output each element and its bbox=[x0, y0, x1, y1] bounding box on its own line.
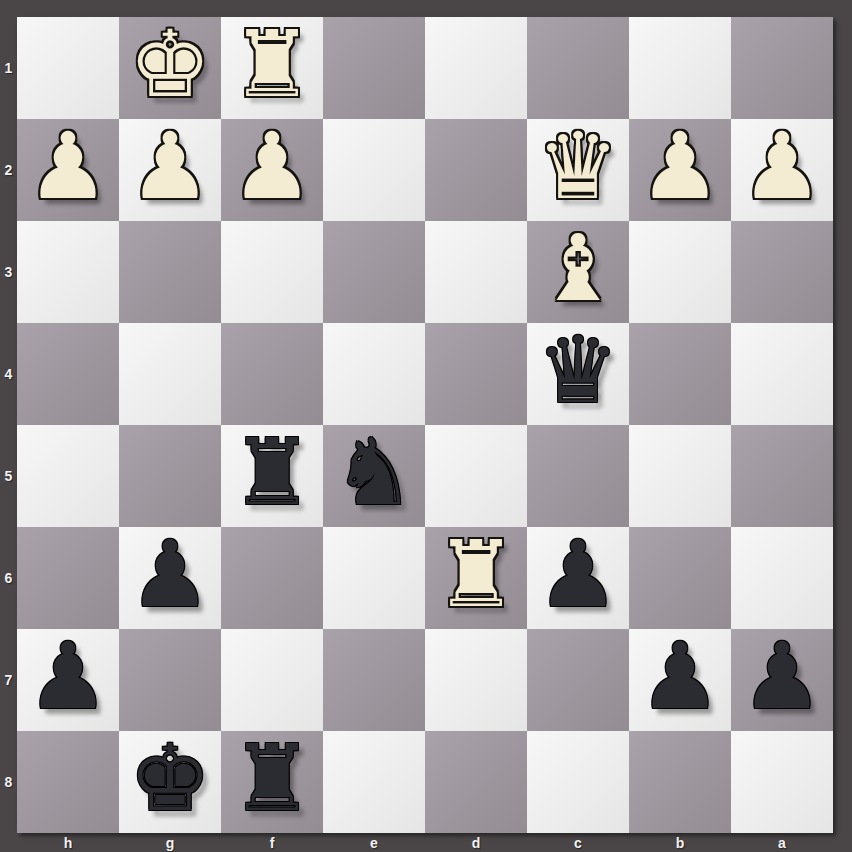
file-label-e: e bbox=[323, 833, 425, 852]
file-label-h: h bbox=[17, 833, 119, 852]
square-a5[interactable] bbox=[731, 425, 833, 527]
rank-label-6: 6 bbox=[0, 527, 17, 629]
square-b4[interactable] bbox=[629, 323, 731, 425]
square-f1[interactable]: ♜ bbox=[221, 17, 323, 119]
black-pawn-icon[interactable]: ♟ bbox=[27, 631, 109, 723]
square-b7[interactable]: ♟ bbox=[629, 629, 731, 731]
square-b1[interactable] bbox=[629, 17, 731, 119]
square-h4[interactable] bbox=[17, 323, 119, 425]
square-c2[interactable]: ♛ bbox=[527, 119, 629, 221]
square-a1[interactable] bbox=[731, 17, 833, 119]
rank-label-1: 1 bbox=[0, 17, 17, 119]
white-pawn-icon[interactable]: ♟ bbox=[27, 121, 109, 213]
square-d6[interactable]: ♜ bbox=[425, 527, 527, 629]
square-h6[interactable] bbox=[17, 527, 119, 629]
square-f8[interactable]: ♜ bbox=[221, 731, 323, 833]
white-pawn-icon[interactable]: ♟ bbox=[231, 121, 313, 213]
rank-label-4: 4 bbox=[0, 323, 17, 425]
file-label-d: d bbox=[425, 833, 527, 852]
square-d2[interactable] bbox=[425, 119, 527, 221]
square-e8[interactable] bbox=[323, 731, 425, 833]
file-label-c: c bbox=[527, 833, 629, 852]
square-h1[interactable] bbox=[17, 17, 119, 119]
square-f2[interactable]: ♟ bbox=[221, 119, 323, 221]
rank-label-2: 2 bbox=[0, 119, 17, 221]
square-h3[interactable] bbox=[17, 221, 119, 323]
square-d1[interactable] bbox=[425, 17, 527, 119]
square-a8[interactable] bbox=[731, 731, 833, 833]
square-e1[interactable] bbox=[323, 17, 425, 119]
square-h8[interactable] bbox=[17, 731, 119, 833]
square-e7[interactable] bbox=[323, 629, 425, 731]
square-g7[interactable] bbox=[119, 629, 221, 731]
rank-label-3: 3 bbox=[0, 221, 17, 323]
square-g5[interactable] bbox=[119, 425, 221, 527]
black-king-icon[interactable]: ♚ bbox=[129, 733, 211, 825]
white-pawn-icon[interactable]: ♟ bbox=[639, 121, 721, 213]
rank-labels: 12345678 bbox=[0, 17, 17, 833]
file-label-b: b bbox=[629, 833, 731, 852]
square-g8[interactable]: ♚ bbox=[119, 731, 221, 833]
rank-label-5: 5 bbox=[0, 425, 17, 527]
black-pawn-icon[interactable]: ♟ bbox=[639, 631, 721, 723]
black-pawn-icon[interactable]: ♟ bbox=[537, 529, 619, 621]
square-d3[interactable] bbox=[425, 221, 527, 323]
square-g2[interactable]: ♟ bbox=[119, 119, 221, 221]
white-rook-icon[interactable]: ♜ bbox=[231, 19, 313, 111]
white-queen-icon[interactable]: ♛ bbox=[537, 121, 619, 213]
square-g3[interactable] bbox=[119, 221, 221, 323]
square-c8[interactable] bbox=[527, 731, 629, 833]
square-f7[interactable] bbox=[221, 629, 323, 731]
square-b6[interactable] bbox=[629, 527, 731, 629]
black-pawn-icon[interactable]: ♟ bbox=[129, 529, 211, 621]
white-rook-icon[interactable]: ♜ bbox=[435, 529, 517, 621]
square-d7[interactable] bbox=[425, 629, 527, 731]
square-b3[interactable] bbox=[629, 221, 731, 323]
square-g4[interactable] bbox=[119, 323, 221, 425]
square-c3[interactable]: ♝ bbox=[527, 221, 629, 323]
square-a3[interactable] bbox=[731, 221, 833, 323]
square-e4[interactable] bbox=[323, 323, 425, 425]
black-rook-icon[interactable]: ♜ bbox=[231, 733, 313, 825]
square-a4[interactable] bbox=[731, 323, 833, 425]
square-a2[interactable]: ♟ bbox=[731, 119, 833, 221]
square-c4[interactable]: ♛ bbox=[527, 323, 629, 425]
square-f5[interactable]: ♜ bbox=[221, 425, 323, 527]
black-knight-icon[interactable]: ♞ bbox=[333, 427, 415, 519]
black-rook-icon[interactable]: ♜ bbox=[231, 427, 313, 519]
square-c7[interactable] bbox=[527, 629, 629, 731]
square-c5[interactable] bbox=[527, 425, 629, 527]
square-d8[interactable] bbox=[425, 731, 527, 833]
black-queen-icon[interactable]: ♛ bbox=[537, 325, 619, 417]
square-b2[interactable]: ♟ bbox=[629, 119, 731, 221]
square-e5[interactable]: ♞ bbox=[323, 425, 425, 527]
square-f3[interactable] bbox=[221, 221, 323, 323]
square-e2[interactable] bbox=[323, 119, 425, 221]
file-label-f: f bbox=[221, 833, 323, 852]
chessboard-frame: 12345678 ♚♜♟♟♟♛♟♟♝♛♜♞♟♜♟♟♟♟♚♜ hgfedcba bbox=[0, 0, 852, 852]
square-b8[interactable] bbox=[629, 731, 731, 833]
square-h2[interactable]: ♟ bbox=[17, 119, 119, 221]
square-h7[interactable]: ♟ bbox=[17, 629, 119, 731]
square-e6[interactable] bbox=[323, 527, 425, 629]
white-king-icon[interactable]: ♚ bbox=[129, 19, 211, 111]
square-g1[interactable]: ♚ bbox=[119, 17, 221, 119]
file-labels: hgfedcba bbox=[17, 833, 833, 852]
square-b5[interactable] bbox=[629, 425, 731, 527]
chess-board: ♚♜♟♟♟♛♟♟♝♛♜♞♟♜♟♟♟♟♚♜ bbox=[17, 17, 833, 833]
white-pawn-icon[interactable]: ♟ bbox=[741, 121, 823, 213]
square-c6[interactable]: ♟ bbox=[527, 527, 629, 629]
square-a6[interactable] bbox=[731, 527, 833, 629]
white-pawn-icon[interactable]: ♟ bbox=[129, 121, 211, 213]
square-h5[interactable] bbox=[17, 425, 119, 527]
square-c1[interactable] bbox=[527, 17, 629, 119]
rank-label-7: 7 bbox=[0, 629, 17, 731]
white-bishop-icon[interactable]: ♝ bbox=[537, 223, 619, 315]
square-f4[interactable] bbox=[221, 323, 323, 425]
square-e3[interactable] bbox=[323, 221, 425, 323]
square-g6[interactable]: ♟ bbox=[119, 527, 221, 629]
file-label-a: a bbox=[731, 833, 833, 852]
rank-label-8: 8 bbox=[0, 731, 17, 833]
square-f6[interactable] bbox=[221, 527, 323, 629]
square-d4[interactable] bbox=[425, 323, 527, 425]
file-label-g: g bbox=[119, 833, 221, 852]
square-a7[interactable]: ♟ bbox=[731, 629, 833, 731]
square-d5[interactable] bbox=[425, 425, 527, 527]
black-pawn-icon[interactable]: ♟ bbox=[741, 631, 823, 723]
